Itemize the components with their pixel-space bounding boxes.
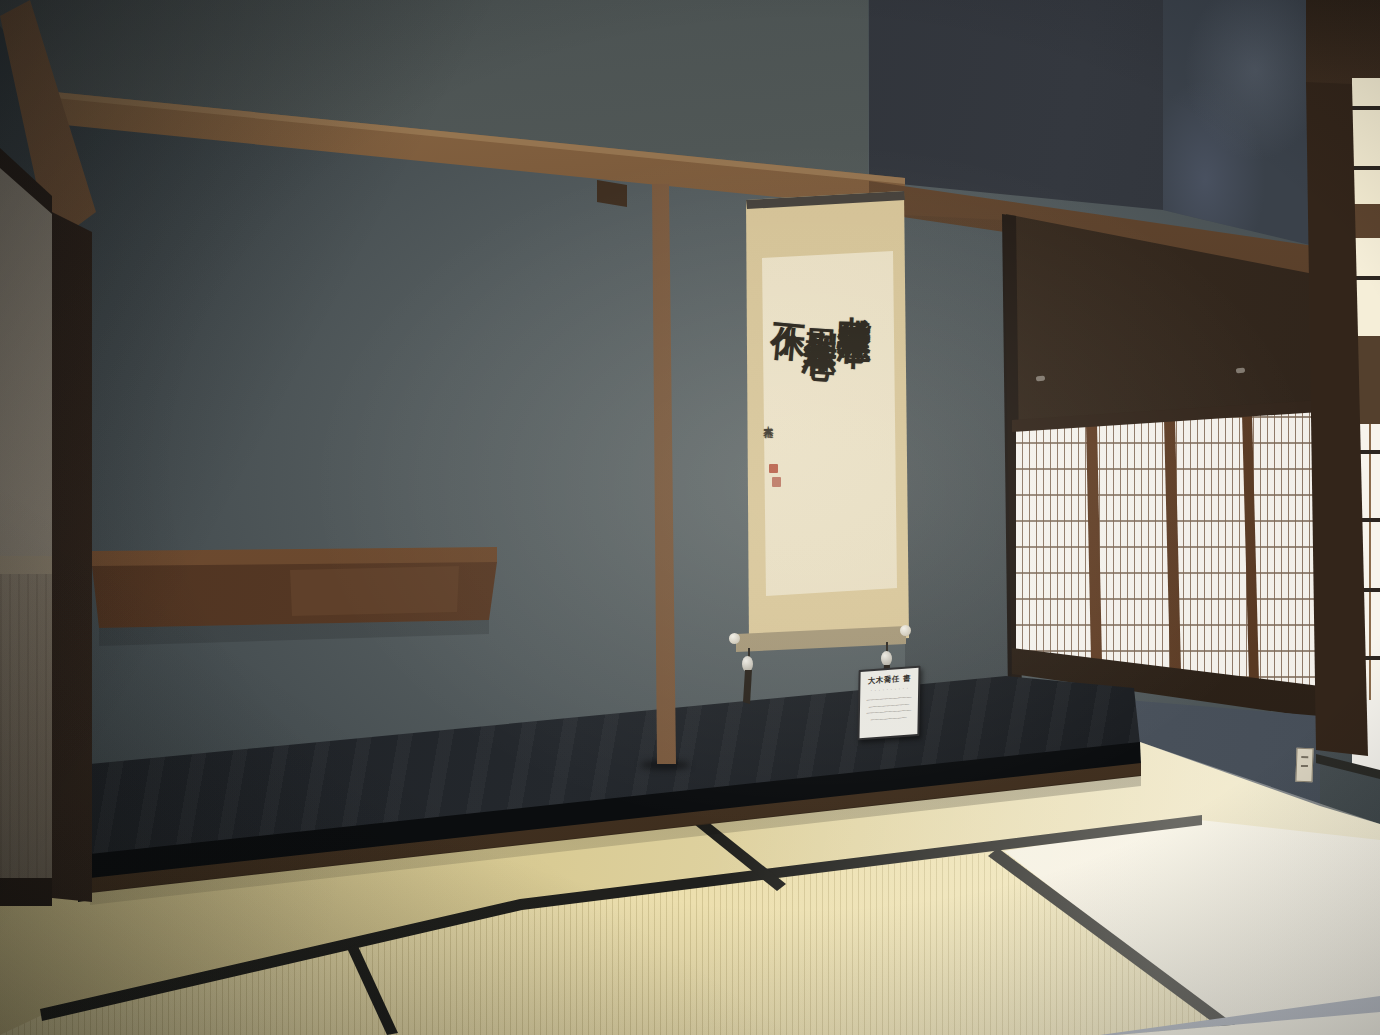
side-window [1352,78,1380,204]
left-door-bottom-rail [0,878,52,906]
placard-caption: ・・・・・・・・・・ [863,685,915,694]
red-seal-stamp [769,464,778,473]
window-muntin [1352,106,1380,110]
fuchin-weight [742,656,753,672]
left-door-mid-rail [0,556,52,576]
red-seal-stamp [772,477,781,487]
scroll-roller-knob [729,633,740,644]
exhibit-placard: 大木喬任 書 ・・・・・・・・・・ ―――――――――― ――――――――― ―… [857,666,920,741]
tatami-room-photo: 老驥伏櫪志在千 里烈士暮年壮心 不休 大木喬任 大木喬任 書 ・・・・・・・・・… [0,0,1380,1035]
scroll-roller-knob [900,625,911,636]
left-sliding-door-lower[interactable] [0,574,52,880]
window-muntin [1352,166,1380,170]
fuchin-weight [881,651,892,666]
top-right-beam [1306,0,1380,84]
window-mullion [1352,204,1380,238]
power-outlet [1295,748,1313,783]
